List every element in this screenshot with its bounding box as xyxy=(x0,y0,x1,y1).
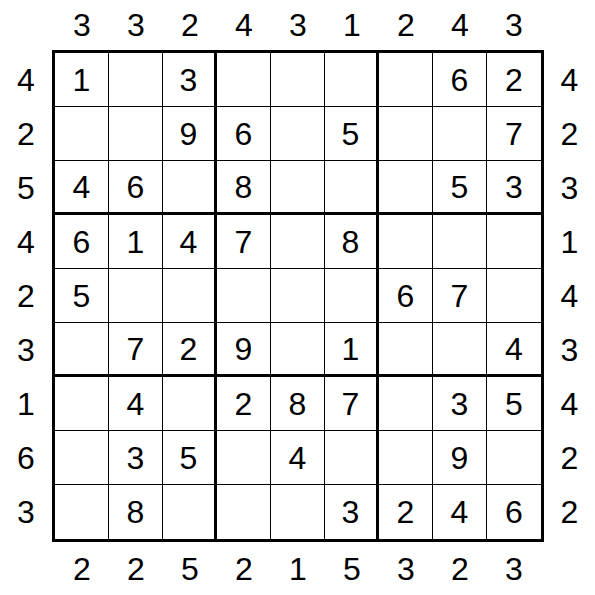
cell-r9c7[interactable]: 2 xyxy=(379,485,433,539)
cell-r4c3[interactable]: 4 xyxy=(163,215,217,269)
cell-r2c4[interactable]: 6 xyxy=(217,107,271,161)
cell-r9c9[interactable]: 6 xyxy=(487,485,541,539)
cell-r1c7[interactable] xyxy=(379,53,433,107)
cell-r6c1[interactable] xyxy=(55,323,109,377)
clue-right-5: 4 xyxy=(544,269,595,323)
clue-top-7: 2 xyxy=(379,0,433,50)
cell-r1c6[interactable] xyxy=(325,53,379,107)
clue-left-4: 4 xyxy=(0,215,52,269)
cell-r9c2[interactable]: 8 xyxy=(109,485,163,539)
cell-r2c8[interactable] xyxy=(433,107,487,161)
cell-r3c4[interactable]: 8 xyxy=(217,161,271,215)
clue-top-8: 4 xyxy=(433,0,487,50)
puzzle-frame: 332431243 425423163 13629657468536147856… xyxy=(0,0,595,595)
clue-top-2: 3 xyxy=(109,0,163,50)
cell-r1c5[interactable] xyxy=(271,53,325,107)
cell-r7c1[interactable] xyxy=(55,377,109,431)
cell-r2c2[interactable] xyxy=(109,107,163,161)
cell-r5c2[interactable] xyxy=(109,269,163,323)
clue-left-5: 2 xyxy=(0,269,52,323)
clue-right-9: 2 xyxy=(544,485,595,539)
cell-r7c3[interactable] xyxy=(163,377,217,431)
cell-r1c8[interactable]: 6 xyxy=(433,53,487,107)
cell-r1c1[interactable]: 1 xyxy=(55,53,109,107)
cell-r1c4[interactable] xyxy=(217,53,271,107)
clue-left-8: 6 xyxy=(0,431,52,485)
cell-r2c5[interactable] xyxy=(271,107,325,161)
clue-left-3: 5 xyxy=(0,161,52,215)
cell-r6c8[interactable] xyxy=(433,323,487,377)
clue-right-8: 2 xyxy=(544,431,595,485)
top-clues: 332431243 xyxy=(55,0,541,50)
cell-r7c9[interactable]: 5 xyxy=(487,377,541,431)
cell-r5c8[interactable]: 7 xyxy=(433,269,487,323)
cell-r4c9[interactable] xyxy=(487,215,541,269)
clue-top-5: 3 xyxy=(271,0,325,50)
clue-left-7: 1 xyxy=(0,377,52,431)
clue-top-6: 1 xyxy=(325,0,379,50)
clue-bottom-2: 2 xyxy=(109,542,163,595)
cell-r3c9[interactable]: 3 xyxy=(487,161,541,215)
cell-r5c3[interactable] xyxy=(163,269,217,323)
cell-r2c9[interactable]: 7 xyxy=(487,107,541,161)
cell-r6c7[interactable] xyxy=(379,323,433,377)
cell-r6c3[interactable]: 2 xyxy=(163,323,217,377)
cell-r8c9[interactable] xyxy=(487,431,541,485)
clue-right-1: 4 xyxy=(544,53,595,107)
clue-left-1: 4 xyxy=(0,53,52,107)
clue-left-9: 3 xyxy=(0,485,52,539)
clue-right-6: 3 xyxy=(544,323,595,377)
cell-r9c8[interactable]: 4 xyxy=(433,485,487,539)
cell-r9c5[interactable] xyxy=(271,485,325,539)
cell-r5c7[interactable]: 6 xyxy=(379,269,433,323)
cell-r8c2[interactable]: 3 xyxy=(109,431,163,485)
clue-bottom-3: 5 xyxy=(163,542,217,595)
clue-bottom-4: 2 xyxy=(217,542,271,595)
clue-top-9: 3 xyxy=(487,0,541,50)
cell-r8c6[interactable] xyxy=(325,431,379,485)
cell-r4c8[interactable] xyxy=(433,215,487,269)
cell-r5c5[interactable] xyxy=(271,269,325,323)
cell-r8c5[interactable]: 4 xyxy=(271,431,325,485)
left-clues: 425423163 xyxy=(0,53,52,539)
cell-r3c1[interactable]: 4 xyxy=(55,161,109,215)
clue-top-1: 3 xyxy=(55,0,109,50)
cell-r3c6[interactable] xyxy=(325,161,379,215)
cell-r3c2[interactable]: 6 xyxy=(109,161,163,215)
cell-r4c1[interactable]: 6 xyxy=(55,215,109,269)
cell-r6c2[interactable]: 7 xyxy=(109,323,163,377)
cell-r6c6[interactable]: 1 xyxy=(325,323,379,377)
cell-r9c3[interactable] xyxy=(163,485,217,539)
cell-r7c8[interactable]: 3 xyxy=(433,377,487,431)
clue-bottom-1: 2 xyxy=(55,542,109,595)
cell-r1c2[interactable] xyxy=(109,53,163,107)
cell-r2c1[interactable] xyxy=(55,107,109,161)
cell-r5c6[interactable] xyxy=(325,269,379,323)
bottom-clues: 225215323 xyxy=(55,542,541,595)
cell-r4c2[interactable]: 1 xyxy=(109,215,163,269)
clue-left-2: 2 xyxy=(0,107,52,161)
cell-r8c1[interactable] xyxy=(55,431,109,485)
cell-r9c4[interactable] xyxy=(217,485,271,539)
cell-r4c6[interactable]: 8 xyxy=(325,215,379,269)
cell-r8c3[interactable]: 5 xyxy=(163,431,217,485)
cell-r2c7[interactable] xyxy=(379,107,433,161)
cell-r8c7[interactable] xyxy=(379,431,433,485)
cell-r7c5[interactable]: 8 xyxy=(271,377,325,431)
cell-r8c4[interactable] xyxy=(217,431,271,485)
clue-bottom-6: 5 xyxy=(325,542,379,595)
cell-r5c1[interactable]: 5 xyxy=(55,269,109,323)
cell-r5c4[interactable] xyxy=(217,269,271,323)
cell-r8c8[interactable]: 9 xyxy=(433,431,487,485)
clue-right-4: 1 xyxy=(544,215,595,269)
clue-bottom-8: 2 xyxy=(433,542,487,595)
cell-r5c9[interactable] xyxy=(487,269,541,323)
clue-bottom-9: 3 xyxy=(487,542,541,595)
cell-r3c3[interactable] xyxy=(163,161,217,215)
cell-r1c9[interactable]: 2 xyxy=(487,53,541,107)
right-clues: 423143422 xyxy=(544,53,595,539)
clue-bottom-7: 3 xyxy=(379,542,433,595)
cell-r9c1[interactable] xyxy=(55,485,109,539)
clue-right-2: 2 xyxy=(544,107,595,161)
cell-r4c7[interactable] xyxy=(379,215,433,269)
cell-r3c8[interactable]: 5 xyxy=(433,161,487,215)
clue-top-3: 2 xyxy=(163,0,217,50)
cell-r4c5[interactable] xyxy=(271,215,325,269)
clue-right-7: 4 xyxy=(544,377,595,431)
clue-top-4: 4 xyxy=(217,0,271,50)
sudoku-board: 1362965746853614785677291442873535498324… xyxy=(52,50,544,542)
cell-r7c4[interactable]: 2 xyxy=(217,377,271,431)
clue-bottom-5: 1 xyxy=(271,542,325,595)
clue-left-6: 3 xyxy=(0,323,52,377)
clue-right-3: 3 xyxy=(544,161,595,215)
cell-r7c2[interactable]: 4 xyxy=(109,377,163,431)
cell-r1c3[interactable]: 3 xyxy=(163,53,217,107)
cell-r4c4[interactable]: 7 xyxy=(217,215,271,269)
cell-r6c5[interactable] xyxy=(271,323,325,377)
cell-r9c6[interactable]: 3 xyxy=(325,485,379,539)
cell-r2c6[interactable]: 5 xyxy=(325,107,379,161)
cell-r6c9[interactable]: 4 xyxy=(487,323,541,377)
cell-r7c7[interactable] xyxy=(379,377,433,431)
cell-r6c4[interactable]: 9 xyxy=(217,323,271,377)
cell-r2c3[interactable]: 9 xyxy=(163,107,217,161)
cell-r3c7[interactable] xyxy=(379,161,433,215)
cell-r3c5[interactable] xyxy=(271,161,325,215)
cell-r7c6[interactable]: 7 xyxy=(325,377,379,431)
